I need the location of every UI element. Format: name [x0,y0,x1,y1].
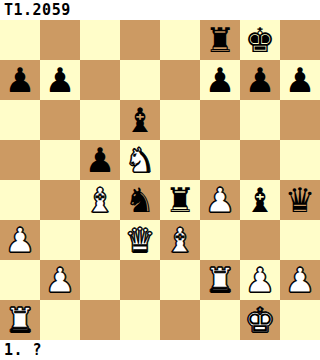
white-pawn-piece: ♟ [285,263,315,297]
square-g2[interactable]: ♟ [240,260,280,300]
square-d6[interactable]: ♝ [120,100,160,140]
square-d8[interactable] [120,20,160,60]
square-b3[interactable] [40,220,80,260]
square-c8[interactable] [80,20,120,60]
square-d3[interactable]: ♛ [120,220,160,260]
square-b5[interactable] [40,140,80,180]
white-king-piece: ♚ [245,303,275,337]
square-d5[interactable]: ♞ [120,140,160,180]
white-queen-piece: ♛ [125,223,155,257]
black-pawn-piece: ♟ [245,63,275,97]
square-e4[interactable]: ♜ [160,180,200,220]
square-e1[interactable] [160,300,200,340]
black-rook-piece: ♜ [205,23,235,57]
square-c7[interactable] [80,60,120,100]
square-a7[interactable]: ♟ [0,60,40,100]
square-b4[interactable] [40,180,80,220]
white-pawn-piece: ♟ [205,183,235,217]
square-f1[interactable] [200,300,240,340]
square-c4[interactable]: ♝ [80,180,120,220]
square-g6[interactable] [240,100,280,140]
chess-board: ♜♚♟♟♟♟♟♝♟♞♝♞♜♟♝♛♟♛♝♟♜♟♟♜♚ [0,20,320,340]
square-h2[interactable]: ♟ [280,260,320,300]
square-a5[interactable] [0,140,40,180]
square-g1[interactable]: ♚ [240,300,280,340]
white-pawn-piece: ♟ [5,223,35,257]
black-pawn-piece: ♟ [45,63,75,97]
square-b1[interactable] [40,300,80,340]
square-e8[interactable] [160,20,200,60]
black-bishop-piece: ♝ [125,103,155,137]
square-b7[interactable]: ♟ [40,60,80,100]
square-c5[interactable]: ♟ [80,140,120,180]
square-f6[interactable] [200,100,240,140]
black-bishop-piece: ♝ [245,183,275,217]
puzzle-id: T1.2059 [0,0,320,20]
square-c6[interactable] [80,100,120,140]
move-prompt: 1. ? [0,340,320,360]
white-pawn-piece: ♟ [245,263,275,297]
white-bishop-piece: ♝ [85,183,115,217]
square-f5[interactable] [200,140,240,180]
square-g8[interactable]: ♚ [240,20,280,60]
black-knight-piece: ♞ [125,183,155,217]
square-h8[interactable] [280,20,320,60]
square-h3[interactable] [280,220,320,260]
square-d4[interactable]: ♞ [120,180,160,220]
square-d1[interactable] [120,300,160,340]
square-e3[interactable]: ♝ [160,220,200,260]
square-d2[interactable] [120,260,160,300]
square-f7[interactable]: ♟ [200,60,240,100]
square-e2[interactable] [160,260,200,300]
white-pawn-piece: ♟ [45,263,75,297]
square-d7[interactable] [120,60,160,100]
square-h5[interactable] [280,140,320,180]
black-pawn-piece: ♟ [205,63,235,97]
square-a8[interactable] [0,20,40,60]
square-a4[interactable] [0,180,40,220]
square-f4[interactable]: ♟ [200,180,240,220]
square-g5[interactable] [240,140,280,180]
black-rook-piece: ♜ [165,183,195,217]
square-f2[interactable]: ♜ [200,260,240,300]
black-pawn-piece: ♟ [285,63,315,97]
square-e6[interactable] [160,100,200,140]
square-a6[interactable] [0,100,40,140]
square-h4[interactable]: ♛ [280,180,320,220]
square-f3[interactable] [200,220,240,260]
square-g7[interactable]: ♟ [240,60,280,100]
black-queen-piece: ♛ [285,183,315,217]
square-a2[interactable] [0,260,40,300]
square-b8[interactable] [40,20,80,60]
square-c2[interactable] [80,260,120,300]
black-pawn-piece: ♟ [85,143,115,177]
square-f8[interactable]: ♜ [200,20,240,60]
square-c3[interactable] [80,220,120,260]
white-bishop-piece: ♝ [165,223,195,257]
black-pawn-piece: ♟ [5,63,35,97]
square-e5[interactable] [160,140,200,180]
square-h1[interactable] [280,300,320,340]
square-b6[interactable] [40,100,80,140]
square-c1[interactable] [80,300,120,340]
square-h6[interactable] [280,100,320,140]
square-e7[interactable] [160,60,200,100]
square-h7[interactable]: ♟ [280,60,320,100]
white-knight-piece: ♞ [125,143,155,177]
square-g4[interactable]: ♝ [240,180,280,220]
square-g3[interactable] [240,220,280,260]
white-rook-piece: ♜ [5,303,35,337]
square-b2[interactable]: ♟ [40,260,80,300]
white-rook-piece: ♜ [205,263,235,297]
square-a3[interactable]: ♟ [0,220,40,260]
black-king-piece: ♚ [245,23,275,57]
square-a1[interactable]: ♜ [0,300,40,340]
